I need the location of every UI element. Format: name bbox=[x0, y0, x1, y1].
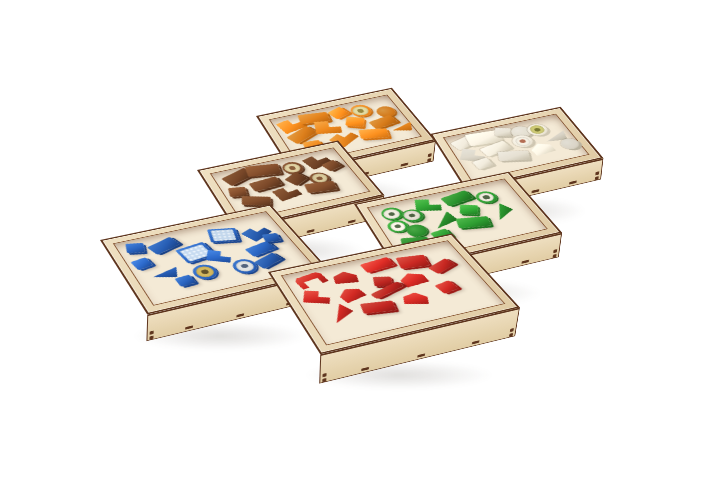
game-piece-angle bbox=[459, 149, 486, 163]
game-piece-block bbox=[297, 112, 330, 125]
game-piece-angle bbox=[313, 121, 342, 135]
sticker-icon bbox=[408, 213, 416, 218]
sticker-icon bbox=[394, 224, 402, 229]
game-piece-block bbox=[253, 252, 282, 269]
game-piece-block bbox=[440, 190, 474, 206]
game-piece-bigblock bbox=[395, 254, 429, 268]
game-piece-wedge bbox=[390, 122, 412, 131]
game-piece-block bbox=[428, 259, 456, 275]
game-piece-disc bbox=[509, 134, 536, 149]
joint-slot bbox=[417, 353, 425, 357]
game-piece-cube bbox=[346, 117, 365, 128]
game-piece-cube bbox=[460, 205, 478, 215]
joint-slot bbox=[150, 331, 154, 335]
game-piece-disc bbox=[189, 263, 221, 281]
game-piece-house bbox=[332, 271, 360, 284]
game-piece-block bbox=[245, 241, 277, 257]
game-piece-arch bbox=[293, 271, 329, 290]
tray-box bbox=[430, 107, 603, 190]
game-piece-disc bbox=[306, 171, 333, 186]
game-piece-block bbox=[221, 168, 254, 186]
game-piece-cube bbox=[131, 257, 154, 270]
game-piece-block bbox=[450, 135, 478, 151]
game-piece-cube bbox=[373, 276, 393, 286]
piece-sticker bbox=[310, 173, 330, 184]
joint-slot bbox=[185, 325, 193, 329]
game-piece-disc bbox=[398, 208, 426, 224]
sticker-icon bbox=[316, 176, 324, 180]
joint-slot bbox=[236, 313, 244, 317]
game-piece-disc bbox=[229, 257, 261, 275]
piece-sticker bbox=[513, 136, 533, 147]
piece-sticker bbox=[388, 221, 408, 233]
sticker-icon bbox=[533, 128, 541, 132]
game-piece-disc bbox=[472, 190, 500, 205]
game-piece-bar bbox=[370, 281, 404, 299]
piece-sticker bbox=[179, 244, 212, 262]
game-piece-angle bbox=[206, 250, 232, 263]
game-piece-wedge bbox=[486, 203, 514, 220]
tray-red bbox=[268, 272, 474, 410]
sticker-icon bbox=[240, 263, 249, 268]
joint-slot bbox=[595, 176, 599, 180]
sticker-icon bbox=[200, 269, 209, 274]
sticker-icon bbox=[482, 195, 490, 200]
game-piece-disc bbox=[347, 103, 375, 118]
piece-sticker bbox=[282, 162, 303, 173]
game-piece-disc bbox=[557, 137, 581, 151]
game-piece-block bbox=[498, 151, 531, 161]
sticker-icon bbox=[357, 109, 365, 114]
game-piece-disc bbox=[378, 206, 406, 222]
joint-slot bbox=[595, 171, 599, 175]
game-piece-disc bbox=[279, 160, 307, 175]
game-piece-angle bbox=[302, 290, 330, 304]
sticker-icon bbox=[519, 139, 527, 143]
game-piece-cube bbox=[174, 275, 196, 287]
joint-slot bbox=[553, 254, 557, 258]
game-piece-block bbox=[455, 216, 491, 228]
game-piece-angle bbox=[275, 116, 308, 134]
game-piece-wedge bbox=[322, 304, 354, 324]
game-piece-block bbox=[287, 126, 318, 144]
joint-slot bbox=[322, 378, 326, 382]
product-photo bbox=[0, 0, 720, 480]
piece-sticker bbox=[528, 124, 548, 135]
game-piece-cube bbox=[284, 172, 308, 186]
joint-slot bbox=[322, 373, 326, 377]
joint-slot bbox=[149, 336, 153, 340]
game-piece-disc bbox=[373, 105, 398, 119]
game-piece-disc bbox=[385, 219, 412, 235]
piece-sticker bbox=[193, 265, 217, 279]
game-piece-angle bbox=[271, 185, 303, 202]
piece-sticker bbox=[402, 210, 423, 222]
joint-slot bbox=[531, 189, 539, 193]
joint-slot bbox=[361, 367, 369, 371]
game-piece-cube bbox=[327, 106, 350, 119]
piece-sticker bbox=[476, 192, 497, 203]
game-piece-block bbox=[359, 300, 396, 313]
joint-slot bbox=[471, 340, 479, 344]
game-piece-block bbox=[147, 237, 180, 255]
game-piece-block bbox=[479, 140, 511, 156]
game-piece-house bbox=[335, 285, 367, 303]
game-piece-cube bbox=[262, 233, 282, 243]
joint-slot bbox=[569, 180, 577, 184]
joint-slot bbox=[522, 260, 530, 264]
joint-slot bbox=[401, 163, 409, 167]
game-piece-wedge bbox=[152, 267, 178, 278]
game-piece-block bbox=[303, 180, 337, 193]
game-piece-wedge bbox=[426, 211, 458, 229]
game-piece-cube bbox=[126, 243, 146, 253]
game-piece-bigblock bbox=[244, 164, 281, 178]
game-piece-cube bbox=[434, 280, 459, 294]
sticker-icon bbox=[288, 166, 296, 171]
piece-sticker bbox=[381, 208, 401, 220]
game-piece-house bbox=[528, 141, 557, 156]
game-piece-house bbox=[402, 292, 429, 304]
sticker-icon bbox=[387, 212, 395, 217]
game-piece-block bbox=[249, 176, 283, 192]
joint-slot bbox=[510, 328, 514, 332]
game-piece-block bbox=[368, 115, 398, 130]
game-piece-block bbox=[360, 257, 395, 273]
game-piece-cube bbox=[472, 157, 494, 169]
joint-slot bbox=[509, 333, 513, 337]
game-piece-house bbox=[396, 271, 430, 289]
game-piece-cube bbox=[228, 187, 248, 197]
game-piece-block bbox=[241, 196, 270, 205]
joint-slot bbox=[553, 249, 557, 253]
tray-blue bbox=[100, 240, 290, 366]
piece-sticker bbox=[211, 230, 237, 242]
piece-sticker bbox=[350, 105, 371, 116]
game-piece-tile bbox=[175, 242, 216, 264]
game-piece-disc bbox=[524, 123, 550, 138]
game-piece-block bbox=[358, 128, 389, 139]
joint-slot bbox=[307, 229, 315, 233]
game-piece-angle bbox=[414, 199, 442, 211]
game-piece-cube bbox=[495, 128, 511, 136]
piece-sticker bbox=[233, 259, 257, 272]
game-piece-tile bbox=[207, 228, 240, 243]
game-piece-disc bbox=[404, 223, 431, 239]
